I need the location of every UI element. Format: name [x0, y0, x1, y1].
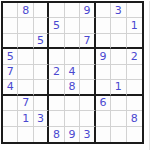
given-digit: 4: [7, 81, 14, 92]
sudoku-cell-r1c8[interactable]: 3: [111, 3, 126, 18]
sudoku-cell-r8c8[interactable]: [111, 111, 126, 126]
given-digit: 3: [37, 113, 44, 124]
given-digit: 2: [53, 66, 60, 77]
sudoku-cell-r7c5[interactable]: [65, 96, 80, 111]
given-digit: 7: [22, 97, 29, 108]
sudoku-cell-r9c2[interactable]: [18, 127, 33, 142]
given-digit: 7: [83, 35, 90, 46]
sudoku-cell-r4c2[interactable]: [18, 49, 33, 64]
sudoku-cell-r1c7[interactable]: [96, 3, 111, 18]
sudoku-cell-r5c8[interactable]: [111, 65, 126, 80]
sudoku-cell-r3c2[interactable]: [18, 34, 33, 49]
sudoku-cell-r4c4[interactable]: [49, 49, 64, 64]
sudoku-cell-r8c6[interactable]: [80, 111, 95, 126]
given-digit: 5: [7, 51, 14, 62]
sudoku-cell-r2c1[interactable]: [3, 18, 18, 33]
sudoku-cell-r8c1[interactable]: [3, 111, 18, 126]
sudoku-cell-r2c7[interactable]: [96, 18, 111, 33]
sudoku-cell-r9c1[interactable]: [3, 127, 18, 142]
sudoku-cell-r6c5[interactable]: 8: [65, 80, 80, 95]
sudoku-cell-r1c4[interactable]: [49, 3, 64, 18]
given-digit: 2: [131, 51, 138, 62]
given-digit: 8: [68, 81, 75, 92]
sudoku-cell-r4c5[interactable]: [65, 49, 80, 64]
given-digit: 7: [7, 66, 14, 77]
sudoku-cell-r9c5[interactable]: 9: [65, 127, 80, 142]
sudoku-cell-r9c9[interactable]: [127, 127, 142, 142]
sudoku-cell-r9c4[interactable]: 8: [49, 127, 64, 142]
sudoku-cell-r8c7[interactable]: [96, 111, 111, 126]
sudoku-cell-r6c9[interactable]: [127, 80, 142, 95]
sudoku-cell-r7c4[interactable]: [49, 96, 64, 111]
sudoku-cell-r3c4[interactable]: [49, 34, 64, 49]
given-digit: 5: [37, 35, 44, 46]
sudoku-cell-r2c5[interactable]: [65, 18, 80, 33]
sudoku-cell-r7c7[interactable]: 6: [96, 96, 111, 111]
sudoku-cell-r9c3[interactable]: [34, 127, 49, 142]
sudoku-cell-r7c8[interactable]: [111, 96, 126, 111]
sudoku-cell-r5c2[interactable]: [18, 65, 33, 80]
given-digit: 3: [83, 129, 90, 140]
given-digit: 8: [131, 113, 138, 124]
given-digit: 1: [115, 81, 122, 92]
sudoku-cell-r4c8[interactable]: [111, 49, 126, 64]
sudoku-cell-r5c6[interactable]: [80, 65, 95, 80]
sudoku-cell-r3c6[interactable]: 7: [80, 34, 95, 49]
sudoku-cell-r1c3[interactable]: [34, 3, 49, 18]
sudoku-cell-r9c7[interactable]: [96, 127, 111, 142]
sudoku-cell-r3c3[interactable]: 5: [34, 34, 49, 49]
sudoku-cell-r3c8[interactable]: [111, 34, 126, 49]
sudoku-cell-r2c6[interactable]: [80, 18, 95, 33]
sudoku-cell-r7c9[interactable]: [127, 96, 142, 111]
sudoku-cell-r6c1[interactable]: 4: [3, 80, 18, 95]
sudoku-cell-r2c2[interactable]: [18, 18, 33, 33]
sudoku-cell-r6c6[interactable]: [80, 80, 95, 95]
given-digit: 8: [53, 129, 60, 140]
sudoku-cell-r1c1[interactable]: [3, 3, 18, 18]
sudoku-cell-r8c2[interactable]: 1: [18, 111, 33, 126]
sudoku-cell-r3c1[interactable]: [3, 34, 18, 49]
sudoku-cell-r8c5[interactable]: [65, 111, 80, 126]
sudoku-cell-r6c7[interactable]: [96, 80, 111, 95]
given-digit: 9: [68, 129, 75, 140]
sudoku-cell-r2c4[interactable]: 5: [49, 18, 64, 33]
sudoku-cell-r7c6[interactable]: [80, 96, 95, 111]
given-digit: 1: [131, 20, 138, 31]
sudoku-cell-r9c6[interactable]: 3: [80, 127, 95, 142]
sudoku-cell-r6c2[interactable]: [18, 80, 33, 95]
sudoku-cell-r1c9[interactable]: [127, 3, 142, 18]
sudoku-cell-r7c1[interactable]: [3, 96, 18, 111]
given-digit: 5: [53, 20, 60, 31]
given-digit: 9: [99, 51, 106, 62]
sudoku-cell-r2c9[interactable]: 1: [127, 18, 142, 33]
sudoku-cell-r6c3[interactable]: [34, 80, 49, 95]
sudoku-cell-r5c1[interactable]: 7: [3, 65, 18, 80]
sudoku-cell-r5c7[interactable]: [96, 65, 111, 80]
given-digit: 1: [22, 113, 29, 124]
given-digit: 4: [68, 66, 75, 77]
sudoku-cell-r5c3[interactable]: [34, 65, 49, 80]
sudoku-cell-r7c2[interactable]: 7: [18, 96, 33, 111]
sudoku-cell-r9c8[interactable]: [111, 127, 126, 142]
sudoku-cell-r3c9[interactable]: [127, 34, 142, 49]
sudoku-cell-r1c2[interactable]: 8: [18, 3, 33, 18]
sudoku-cell-r5c9[interactable]: [127, 65, 142, 80]
sudoku-cell-r5c5[interactable]: 4: [65, 65, 80, 80]
sudoku-cell-r8c4[interactable]: [49, 111, 64, 126]
sudoku-cell-r3c7[interactable]: [96, 34, 111, 49]
sudoku-cell-r8c3[interactable]: 3: [34, 111, 49, 126]
sudoku-cell-r6c8[interactable]: 1: [111, 80, 126, 95]
sudoku-cell-r7c3[interactable]: [34, 96, 49, 111]
sudoku-cell-r1c5[interactable]: [65, 3, 80, 18]
sudoku-cell-r2c8[interactable]: [111, 18, 126, 33]
sudoku-board: 893515759272448176138893: [1, 1, 144, 144]
given-digit: 9: [83, 5, 90, 16]
sudoku-cell-r6c4[interactable]: [49, 80, 64, 95]
sudoku-cell-r1c6[interactable]: 9: [80, 3, 95, 18]
sudoku-cell-r4c9[interactable]: 2: [127, 49, 142, 64]
page: 893515759272448176138893: [0, 1, 150, 150]
sudoku-cell-r4c6[interactable]: [80, 49, 95, 64]
sudoku-cell-r2c3[interactable]: [34, 18, 49, 33]
given-digit: 6: [99, 97, 106, 108]
sudoku-cell-r4c1[interactable]: 5: [3, 49, 18, 64]
given-digit: 8: [22, 5, 29, 16]
sudoku-cell-r4c7[interactable]: 9: [96, 49, 111, 64]
given-digit: 3: [115, 5, 122, 16]
sudoku-cell-r8c9[interactable]: 8: [127, 111, 142, 126]
sudoku-cell-r3c5[interactable]: [65, 34, 80, 49]
sudoku-cell-r5c4[interactable]: 2: [49, 65, 64, 80]
sudoku-cell-r4c3[interactable]: [34, 49, 49, 64]
